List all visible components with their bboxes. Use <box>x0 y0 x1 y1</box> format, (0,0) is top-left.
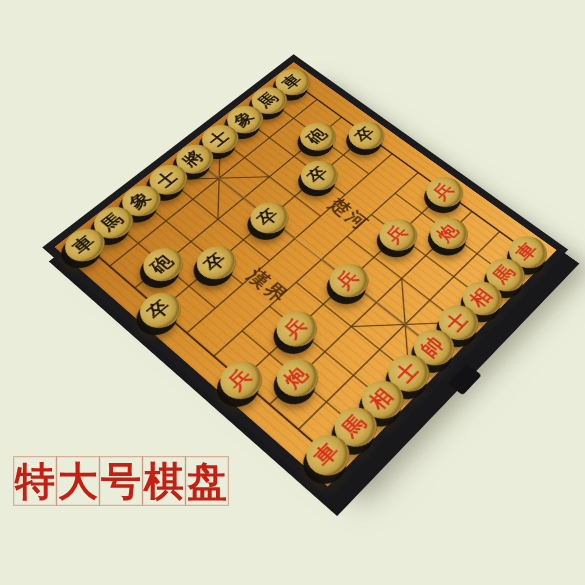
piece-character: 卒 <box>352 125 378 146</box>
piece-character: 兵 <box>333 268 362 293</box>
piece-character: 砲 <box>147 252 176 276</box>
piece-character: 炮 <box>434 221 462 244</box>
hinge-tab-near <box>448 364 482 396</box>
caption-character: 棋 <box>142 456 186 506</box>
piece-character: 兵 <box>383 223 411 246</box>
piece-character: 兵 <box>280 315 310 341</box>
caption-character: 特 <box>13 456 57 506</box>
piece-character: 將 <box>179 148 206 169</box>
piece-character: 卒 <box>144 297 174 323</box>
piece-character: 馬 <box>490 262 518 286</box>
piece-character: 車 <box>279 72 305 91</box>
product-photo-stage: 漢界楚河 車馬象士將士象馬車砲砲卒卒卒卒卒兵兵兵兵兵炮炮車馬相士帥士相馬車 特大… <box>0 0 585 585</box>
piece-character: 象 <box>126 189 154 212</box>
piece-character: 士 <box>442 309 471 335</box>
piece-character: 象 <box>230 109 256 129</box>
piece-character: 炮 <box>280 364 311 391</box>
caption-character: 盘 <box>185 456 229 506</box>
piece-character: 卒 <box>304 164 331 186</box>
piece-character: 兵 <box>430 180 457 202</box>
piece-character: 帥 <box>417 334 447 360</box>
piece-character: 馬 <box>338 412 369 441</box>
piece-character: 馬 <box>255 90 281 110</box>
piece-character: 士 <box>205 128 232 149</box>
piece-character: 砲 <box>303 126 329 147</box>
piece-character: 車 <box>69 233 98 257</box>
piece-character: 相 <box>365 385 396 413</box>
caption-character: 大 <box>56 456 100 506</box>
piece-character: 馬 <box>98 211 127 234</box>
piece-character: 相 <box>466 285 495 310</box>
piece-character: 車 <box>512 240 540 264</box>
piece-character: 卒 <box>200 250 229 274</box>
piece-character: 車 <box>310 440 342 470</box>
piece-character: 卒 <box>254 206 282 229</box>
caption-banner: 特大号棋盘 <box>14 456 229 506</box>
caption-character: 号 <box>99 456 143 506</box>
piece-character: 士 <box>153 168 181 190</box>
board-wood: 漢界楚河 車馬象士將士象馬車砲砲卒卒卒卒卒兵兵兵兵兵炮炮車馬相士帥士相馬車 <box>54 62 556 486</box>
piece-character: 士 <box>392 359 422 386</box>
piece-character: 兵 <box>224 366 255 394</box>
